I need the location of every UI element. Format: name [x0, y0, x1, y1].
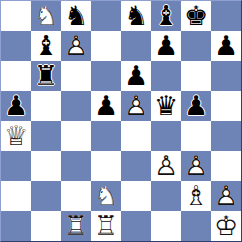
square-c5[interactable] [61, 91, 91, 121]
square-f2[interactable] [151, 181, 181, 211]
square-e2[interactable] [121, 181, 151, 211]
square-d2[interactable]: ♘ [91, 181, 121, 211]
square-a5[interactable]: ♟ [1, 91, 31, 121]
square-e3[interactable] [121, 151, 151, 181]
square-d4[interactable] [91, 121, 121, 151]
square-a3[interactable] [1, 151, 31, 181]
square-g1[interactable] [181, 211, 211, 241]
black-bishop: ♝ [154, 1, 178, 31]
square-e8[interactable]: ♞ [121, 1, 151, 31]
square-b3[interactable] [31, 151, 61, 181]
black-knight: ♞ [64, 1, 88, 31]
square-c7[interactable]: ♙ [61, 31, 91, 61]
black-rook: ♜ [34, 61, 58, 91]
white-pawn: ♙ [214, 181, 238, 211]
black-pawn: ♟ [184, 91, 208, 121]
square-b2[interactable] [31, 181, 61, 211]
black-pawn: ♟ [154, 31, 178, 61]
square-g6[interactable] [181, 61, 211, 91]
white-pawn: ♙ [184, 151, 208, 181]
black-pawn: ♟ [94, 91, 118, 121]
square-g3[interactable]: ♙ [181, 151, 211, 181]
square-a7[interactable] [1, 31, 31, 61]
square-a8[interactable] [1, 1, 31, 31]
black-queen: ♛ [154, 91, 178, 121]
square-f4[interactable] [151, 121, 181, 151]
square-c8[interactable]: ♞ [61, 1, 91, 31]
square-a1[interactable] [1, 211, 31, 241]
square-h6[interactable] [211, 61, 241, 91]
square-g4[interactable] [181, 121, 211, 151]
square-c3[interactable] [61, 151, 91, 181]
white-rook: ♖ [94, 211, 118, 241]
square-b7[interactable]: ♝ [31, 31, 61, 61]
chess-board: ♘♞♞♝♚♝♙♟♟♜♟♟♟♙♛♟♕♙♙♘♗♙♖♖♔ [0, 0, 242, 242]
white-pawn: ♙ [124, 91, 148, 121]
white-rook: ♖ [64, 211, 88, 241]
white-pawn: ♙ [154, 151, 178, 181]
square-g2[interactable]: ♗ [181, 181, 211, 211]
square-b6[interactable]: ♜ [31, 61, 61, 91]
square-e5[interactable]: ♙ [121, 91, 151, 121]
white-knight: ♘ [94, 181, 118, 211]
square-h1[interactable]: ♔ [211, 211, 241, 241]
square-c6[interactable] [61, 61, 91, 91]
square-f3[interactable]: ♙ [151, 151, 181, 181]
square-d8[interactable] [91, 1, 121, 31]
square-g7[interactable] [181, 31, 211, 61]
square-a6[interactable] [1, 61, 31, 91]
square-g5[interactable]: ♟ [181, 91, 211, 121]
square-b1[interactable] [31, 211, 61, 241]
white-bishop: ♗ [184, 181, 208, 211]
square-d6[interactable] [91, 61, 121, 91]
square-h8[interactable] [211, 1, 241, 31]
square-g8[interactable]: ♚ [181, 1, 211, 31]
white-pawn: ♙ [64, 31, 88, 61]
square-e7[interactable] [121, 31, 151, 61]
square-d1[interactable]: ♖ [91, 211, 121, 241]
square-b8[interactable]: ♘ [31, 1, 61, 31]
black-pawn: ♟ [124, 61, 148, 91]
black-knight: ♞ [124, 1, 148, 31]
square-a4[interactable]: ♕ [1, 121, 31, 151]
square-f6[interactable] [151, 61, 181, 91]
black-bishop: ♝ [34, 31, 58, 61]
square-d7[interactable] [91, 31, 121, 61]
white-king: ♔ [214, 211, 238, 241]
square-b4[interactable] [31, 121, 61, 151]
square-f5[interactable]: ♛ [151, 91, 181, 121]
square-h3[interactable] [211, 151, 241, 181]
square-c2[interactable] [61, 181, 91, 211]
square-c1[interactable]: ♖ [61, 211, 91, 241]
square-b5[interactable] [31, 91, 61, 121]
square-f1[interactable] [151, 211, 181, 241]
square-f8[interactable]: ♝ [151, 1, 181, 31]
black-pawn: ♟ [4, 91, 28, 121]
square-h4[interactable] [211, 121, 241, 151]
square-d5[interactable]: ♟ [91, 91, 121, 121]
square-c4[interactable] [61, 121, 91, 151]
square-a2[interactable] [1, 181, 31, 211]
square-e1[interactable] [121, 211, 151, 241]
black-pawn: ♟ [214, 31, 238, 61]
white-knight: ♘ [34, 1, 58, 31]
square-h2[interactable]: ♙ [211, 181, 241, 211]
square-e6[interactable]: ♟ [121, 61, 151, 91]
square-d3[interactable] [91, 151, 121, 181]
square-h5[interactable] [211, 91, 241, 121]
square-e4[interactable] [121, 121, 151, 151]
white-queen: ♕ [4, 121, 28, 151]
square-h7[interactable]: ♟ [211, 31, 241, 61]
square-f7[interactable]: ♟ [151, 31, 181, 61]
black-king: ♚ [184, 1, 208, 31]
